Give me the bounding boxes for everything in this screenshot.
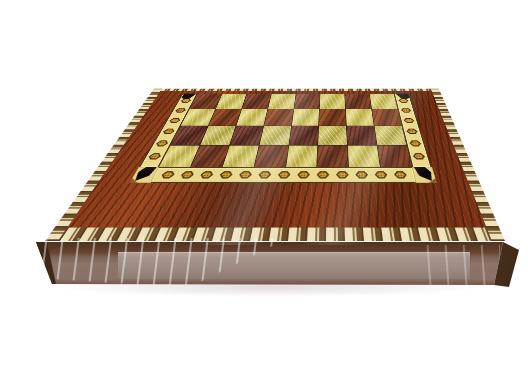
hex-rosette-core-icon [402, 109, 410, 112]
hex-rosette-motif-icon [374, 171, 388, 178]
hex-rosette-motif-icon [238, 171, 252, 178]
hex-rosette-core-icon [407, 129, 416, 133]
board-square [236, 109, 267, 126]
hex-rosette-core-icon [299, 172, 309, 177]
corner-inlay-front-right [412, 167, 437, 183]
hex-rosette-motif-icon [180, 98, 192, 102]
hex-rosette-motif-icon [180, 171, 196, 178]
hex-rosette-motif-icon [398, 98, 409, 102]
hex-rosette-motif-icon [147, 153, 163, 160]
hex-rosette-motif-icon [406, 129, 418, 135]
hex-rosette-motif-icon [155, 140, 170, 146]
hex-rosette-motif-icon [355, 171, 368, 178]
hex-rosette-core-icon [279, 172, 289, 177]
board-square [264, 109, 293, 126]
hex-rosette-motif-icon [277, 171, 291, 178]
hex-rosette-motif-icon [336, 171, 349, 178]
board-square [317, 145, 348, 167]
hex-rosette-motif-icon [160, 171, 176, 178]
hex-rosette-core-icon [164, 129, 174, 133]
rosewood-frame [67, 91, 486, 228]
board-square [348, 145, 380, 167]
hex-rosette-core-icon [221, 172, 232, 177]
hex-rosette-core-icon [162, 172, 174, 177]
hex-rosette-core-icon [149, 154, 160, 159]
board-square [320, 94, 345, 109]
hex-rosette-core-icon [182, 99, 191, 102]
board-square [347, 126, 377, 145]
board-square [230, 126, 263, 145]
board-square [254, 145, 288, 167]
hex-rosette-motif-icon [403, 118, 415, 123]
hex-rosette-core-icon [201, 172, 212, 177]
hex-rosette-core-icon [414, 154, 424, 159]
mosaic-band-front [151, 167, 416, 183]
board-square [292, 109, 320, 126]
board-square [242, 94, 271, 109]
board-field [129, 94, 437, 183]
hex-rosette-core-icon [411, 141, 420, 145]
hex-rosette-motif-icon [199, 171, 214, 178]
board-square [346, 109, 374, 126]
hex-rosette-motif-icon [409, 140, 422, 146]
hex-rosette-motif-icon [317, 171, 330, 178]
board-square [286, 145, 318, 167]
hex-rosette-motif-icon [297, 171, 310, 178]
hex-rosette-core-icon [399, 99, 407, 102]
hex-rosette-core-icon [182, 172, 193, 177]
product-photo-chess-box [0, 0, 528, 390]
hex-rosette-core-icon [170, 119, 180, 123]
hex-rosette-core-icon [357, 172, 367, 177]
lid-perspective-wrap [0, 0, 528, 390]
hex-rosette-core-icon [318, 172, 327, 177]
board-square [222, 145, 258, 167]
hex-rosette-core-icon [395, 172, 405, 177]
chessboard-half [159, 94, 412, 167]
board-square [319, 109, 346, 126]
hex-rosette-motif-icon [162, 129, 176, 135]
hex-rosette-core-icon [240, 172, 250, 177]
board-square [318, 126, 347, 145]
hex-rosette-core-icon [260, 172, 270, 177]
hex-rosette-motif-icon [219, 171, 234, 178]
hex-rosette-core-icon [405, 119, 414, 123]
box-front-panel [118, 253, 470, 279]
board-square [294, 94, 320, 109]
hex-rosette-motif-icon [412, 153, 426, 160]
box-shadow [55, 281, 485, 297]
hex-rosette-motif-icon [393, 171, 407, 178]
board-square [259, 126, 290, 145]
hex-rosette-core-icon [376, 172, 386, 177]
board-square [268, 94, 295, 109]
khatam-edging-front [58, 228, 492, 241]
hex-rosette-core-icon [157, 141, 168, 145]
hex-rosette-core-icon [338, 172, 347, 177]
hex-rosette-motif-icon [168, 118, 181, 123]
board-square [370, 94, 398, 109]
board-square [345, 94, 371, 109]
board-square [289, 126, 319, 145]
hex-rosette-motif-icon [258, 171, 272, 178]
hex-rosette-core-icon [176, 109, 185, 112]
hex-rosette-motif-icon [174, 108, 187, 113]
lid-top-face [45, 89, 505, 241]
hex-rosette-motif-icon [400, 108, 411, 113]
